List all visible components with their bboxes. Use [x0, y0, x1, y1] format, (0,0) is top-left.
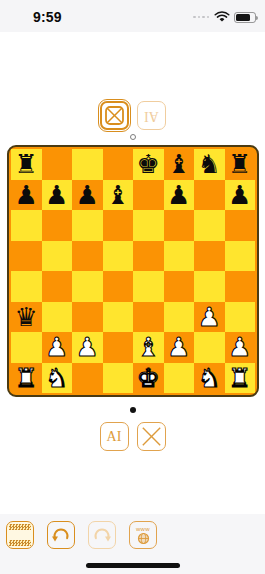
- piece-black-bishop: ♝: [164, 149, 195, 180]
- redo-button[interactable]: [88, 521, 116, 549]
- square-b4[interactable]: [42, 271, 73, 302]
- bottom-controls: AI: [0, 422, 265, 451]
- status-bar: 9:59: [0, 0, 265, 32]
- undo-icon: [51, 525, 71, 545]
- square-g3[interactable]: ♟: [194, 302, 225, 333]
- square-d6[interactable]: [103, 210, 134, 241]
- square-h6[interactable]: [225, 210, 256, 241]
- square-c7[interactable]: ♟: [72, 180, 103, 211]
- piece-white-pawn: ♟: [42, 332, 73, 363]
- piece-white-bishop: ♝: [133, 332, 164, 363]
- square-c5[interactable]: [72, 241, 103, 272]
- square-f6[interactable]: [164, 210, 195, 241]
- square-f8[interactable]: ♝: [164, 149, 195, 180]
- square-e8[interactable]: ♚: [133, 149, 164, 180]
- ai-button-top[interactable]: AI: [137, 101, 166, 130]
- square-f2[interactable]: ♟: [164, 332, 195, 363]
- piece-black-pawn: ♟: [164, 180, 195, 211]
- square-f4[interactable]: [164, 271, 195, 302]
- square-a1[interactable]: ♜: [11, 363, 42, 394]
- square-f1[interactable]: [164, 363, 195, 394]
- square-c2[interactable]: ♟: [72, 332, 103, 363]
- piece-black-pawn: ♟: [42, 180, 73, 211]
- redo-icon: [92, 525, 112, 545]
- crossed-box-icon: [142, 427, 161, 446]
- board-setup-icon: [9, 524, 31, 530]
- square-g1[interactable]: ♞: [194, 363, 225, 394]
- square-d7[interactable]: ♝: [103, 180, 134, 211]
- piece-black-king: ♚: [133, 149, 164, 180]
- square-f5[interactable]: [164, 241, 195, 272]
- square-e3[interactable]: [133, 302, 164, 333]
- square-h4[interactable]: [225, 271, 256, 302]
- wifi-icon: [214, 11, 230, 23]
- square-g4[interactable]: [194, 271, 225, 302]
- cellular-signal-icon: [193, 16, 209, 19]
- square-h5[interactable]: [225, 241, 256, 272]
- square-h1[interactable]: ♜: [225, 363, 256, 394]
- square-c8[interactable]: [72, 149, 103, 180]
- piece-white-king: ♚: [133, 363, 164, 394]
- square-d4[interactable]: [103, 271, 134, 302]
- square-b1[interactable]: ♞: [42, 363, 73, 394]
- square-a6[interactable]: [11, 210, 42, 241]
- square-h2[interactable]: ♟: [225, 332, 256, 363]
- home-indicator[interactable]: [86, 563, 180, 568]
- square-e7[interactable]: [133, 180, 164, 211]
- chess-board: ♜♚♝♞♜♟♟♟♝♟♟♛♟♟♟♝♟♟♜♞♚♞♜: [11, 149, 255, 393]
- square-h3[interactable]: [225, 302, 256, 333]
- square-b5[interactable]: [42, 241, 73, 272]
- piece-black-rook: ♜: [225, 149, 256, 180]
- piece-black-knight: ♞: [194, 149, 225, 180]
- piece-white-rook: ♜: [225, 363, 256, 394]
- square-g6[interactable]: [194, 210, 225, 241]
- square-a5[interactable]: [11, 241, 42, 272]
- piece-white-pawn: ♟: [164, 332, 195, 363]
- square-a7[interactable]: ♟: [11, 180, 42, 211]
- piece-white-pawn: ♟: [72, 332, 103, 363]
- square-a8[interactable]: ♜: [11, 149, 42, 180]
- crossed-box-button-top[interactable]: [100, 101, 129, 130]
- ai-button-bottom[interactable]: AI: [100, 422, 129, 451]
- square-a4[interactable]: [11, 271, 42, 302]
- crossed-box-icon: [105, 106, 124, 125]
- square-e6[interactable]: [133, 210, 164, 241]
- square-c6[interactable]: [72, 210, 103, 241]
- status-icons: [193, 11, 256, 23]
- piece-white-rook: ♜: [11, 363, 42, 394]
- square-g2[interactable]: [194, 332, 225, 363]
- piece-white-knight: ♞: [194, 363, 225, 394]
- square-h8[interactable]: ♜: [225, 149, 256, 180]
- square-b3[interactable]: [42, 302, 73, 333]
- square-e1[interactable]: ♚: [133, 363, 164, 394]
- square-e2[interactable]: ♝: [133, 332, 164, 363]
- piece-black-queen: ♛: [11, 302, 42, 333]
- square-d2[interactable]: [103, 332, 134, 363]
- undo-button[interactable]: [47, 521, 75, 549]
- square-f7[interactable]: ♟: [164, 180, 195, 211]
- square-g8[interactable]: ♞: [194, 149, 225, 180]
- toolbar: www: [6, 521, 157, 549]
- top-controls: AI: [0, 101, 265, 130]
- square-b2[interactable]: ♟: [42, 332, 73, 363]
- crossed-box-button-bottom[interactable]: [137, 422, 166, 451]
- square-c4[interactable]: [72, 271, 103, 302]
- square-d3[interactable]: [103, 302, 134, 333]
- square-f3[interactable]: [164, 302, 195, 333]
- square-a3[interactable]: ♛: [11, 302, 42, 333]
- piece-black-pawn: ♟: [11, 180, 42, 211]
- web-button[interactable]: www: [129, 521, 157, 549]
- square-g5[interactable]: [194, 241, 225, 272]
- square-c1[interactable]: [72, 363, 103, 394]
- square-b7[interactable]: ♟: [42, 180, 73, 211]
- ai-button-label: AI: [144, 109, 159, 123]
- piece-black-pawn: ♟: [72, 180, 103, 211]
- square-b8[interactable]: [42, 149, 73, 180]
- ai-button-label: AI: [107, 430, 122, 444]
- turn-indicator-white-side: [130, 407, 136, 413]
- square-a2[interactable]: [11, 332, 42, 363]
- square-h7[interactable]: ♟: [225, 180, 256, 211]
- square-d5[interactable]: [103, 241, 134, 272]
- board-frame: ♜♚♝♞♜♟♟♟♝♟♟♛♟♟♟♝♟♟♜♞♚♞♜: [7, 145, 259, 397]
- piece-black-pawn: ♟: [225, 180, 256, 211]
- piece-white-knight: ♞: [42, 363, 73, 394]
- square-d1[interactable]: [103, 363, 134, 394]
- square-c3[interactable]: [72, 302, 103, 333]
- piece-black-bishop: ♝: [103, 180, 134, 211]
- battery-icon: [234, 12, 256, 23]
- piece-white-pawn: ♟: [225, 332, 256, 363]
- piece-white-pawn: ♟: [194, 302, 225, 333]
- square-b6[interactable]: [42, 210, 73, 241]
- board-setup-button[interactable]: [6, 521, 34, 549]
- piece-black-rook: ♜: [11, 149, 42, 180]
- clock-time: 9:59: [33, 9, 62, 25]
- square-d8[interactable]: [103, 149, 134, 180]
- square-e5[interactable]: [133, 241, 164, 272]
- turn-indicator-black-side: [130, 134, 136, 140]
- square-g7[interactable]: [194, 180, 225, 211]
- square-e4[interactable]: [133, 271, 164, 302]
- globe-icon: [137, 532, 150, 545]
